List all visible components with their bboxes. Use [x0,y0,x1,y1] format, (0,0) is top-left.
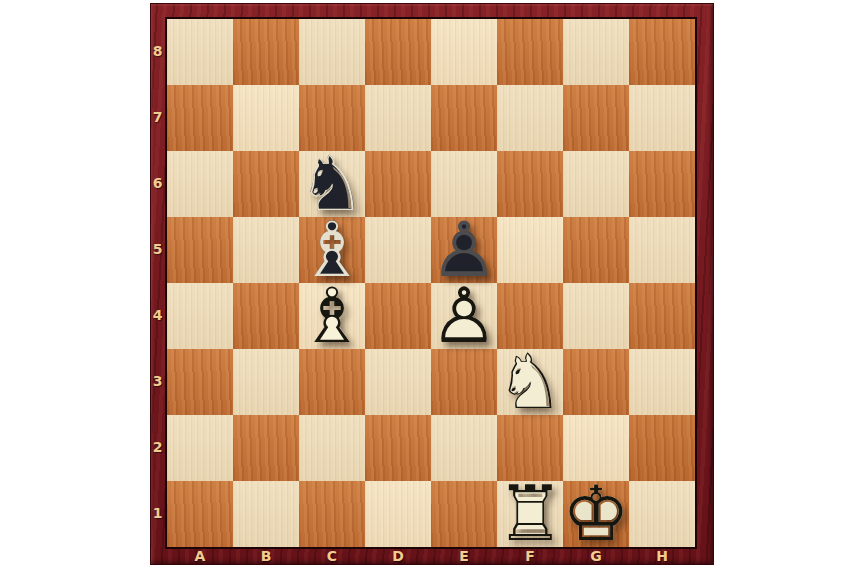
file-label-e: E [431,549,497,565]
square-c8[interactable] [299,19,365,85]
square-d8[interactable] [365,19,431,85]
square-f3[interactable]: ♞♘ [497,349,563,415]
square-a5[interactable] [167,217,233,283]
square-c1[interactable] [299,481,365,547]
file-coordinates: ABCDEFGH [167,549,695,565]
rank-label-5: 5 [150,217,165,283]
square-b3[interactable] [233,349,299,415]
file-label-a: A [167,549,233,565]
white-knight-icon[interactable]: ♞♘ [497,349,563,415]
square-f8[interactable] [497,19,563,85]
square-b2[interactable] [233,415,299,481]
square-f1[interactable]: ♜♖ [497,481,563,547]
square-h5[interactable] [629,217,695,283]
square-h1[interactable] [629,481,695,547]
file-label-h: H [629,549,695,565]
rank-label-2: 2 [150,415,165,481]
white-pawn-icon[interactable]: ♟♙ [431,283,497,349]
board-frame: ♞♘♝♗♟♙♝♗♟♙♞♘♜♖♚♔ 87654321 ABCDEFGH [150,3,714,565]
square-h8[interactable] [629,19,695,85]
square-d5[interactable] [365,217,431,283]
square-c3[interactable] [299,349,365,415]
square-e8[interactable] [431,19,497,85]
rank-label-8: 8 [150,19,165,85]
square-h4[interactable] [629,283,695,349]
file-label-c: C [299,549,365,565]
square-b6[interactable] [233,151,299,217]
square-d1[interactable] [365,481,431,547]
square-c5[interactable]: ♝♗ [299,217,365,283]
square-a1[interactable] [167,481,233,547]
square-h6[interactable] [629,151,695,217]
square-c2[interactable] [299,415,365,481]
square-h3[interactable] [629,349,695,415]
square-g6[interactable] [563,151,629,217]
square-d2[interactable] [365,415,431,481]
square-g3[interactable] [563,349,629,415]
square-h7[interactable] [629,85,695,151]
square-b4[interactable] [233,283,299,349]
square-e1[interactable] [431,481,497,547]
square-h2[interactable] [629,415,695,481]
square-b1[interactable] [233,481,299,547]
square-a4[interactable] [167,283,233,349]
file-label-b: B [233,549,299,565]
white-rook-icon[interactable]: ♜♖ [497,481,563,547]
black-bishop-icon[interactable]: ♝♗ [299,217,365,283]
rank-coordinates: 87654321 [150,19,165,547]
square-a8[interactable] [167,19,233,85]
square-f7[interactable] [497,85,563,151]
square-b7[interactable] [233,85,299,151]
square-g4[interactable] [563,283,629,349]
square-g5[interactable] [563,217,629,283]
square-d3[interactable] [365,349,431,415]
square-e2[interactable] [431,415,497,481]
white-king-icon[interactable]: ♚♔ [563,481,629,547]
square-e4[interactable]: ♟♙ [431,283,497,349]
square-g1[interactable]: ♚♔ [563,481,629,547]
square-d6[interactable] [365,151,431,217]
square-d7[interactable] [365,85,431,151]
rank-label-1: 1 [150,481,165,547]
square-f6[interactable] [497,151,563,217]
square-b8[interactable] [233,19,299,85]
square-g7[interactable] [563,85,629,151]
rank-label-3: 3 [150,349,165,415]
square-e7[interactable] [431,85,497,151]
file-label-g: G [563,549,629,565]
rank-label-4: 4 [150,283,165,349]
file-label-d: D [365,549,431,565]
square-a7[interactable] [167,85,233,151]
rank-label-7: 7 [150,85,165,151]
rank-label-6: 6 [150,151,165,217]
square-a2[interactable] [167,415,233,481]
square-d4[interactable] [365,283,431,349]
square-a3[interactable] [167,349,233,415]
square-g8[interactable] [563,19,629,85]
square-f5[interactable] [497,217,563,283]
board-grid: ♞♘♝♗♟♙♝♗♟♙♞♘♜♖♚♔ [165,17,697,549]
square-a6[interactable] [167,151,233,217]
chessboard-diagram: ♞♘♝♗♟♙♝♗♟♙♞♘♜♖♚♔ 87654321 ABCDEFGH [0,0,862,568]
square-b5[interactable] [233,217,299,283]
